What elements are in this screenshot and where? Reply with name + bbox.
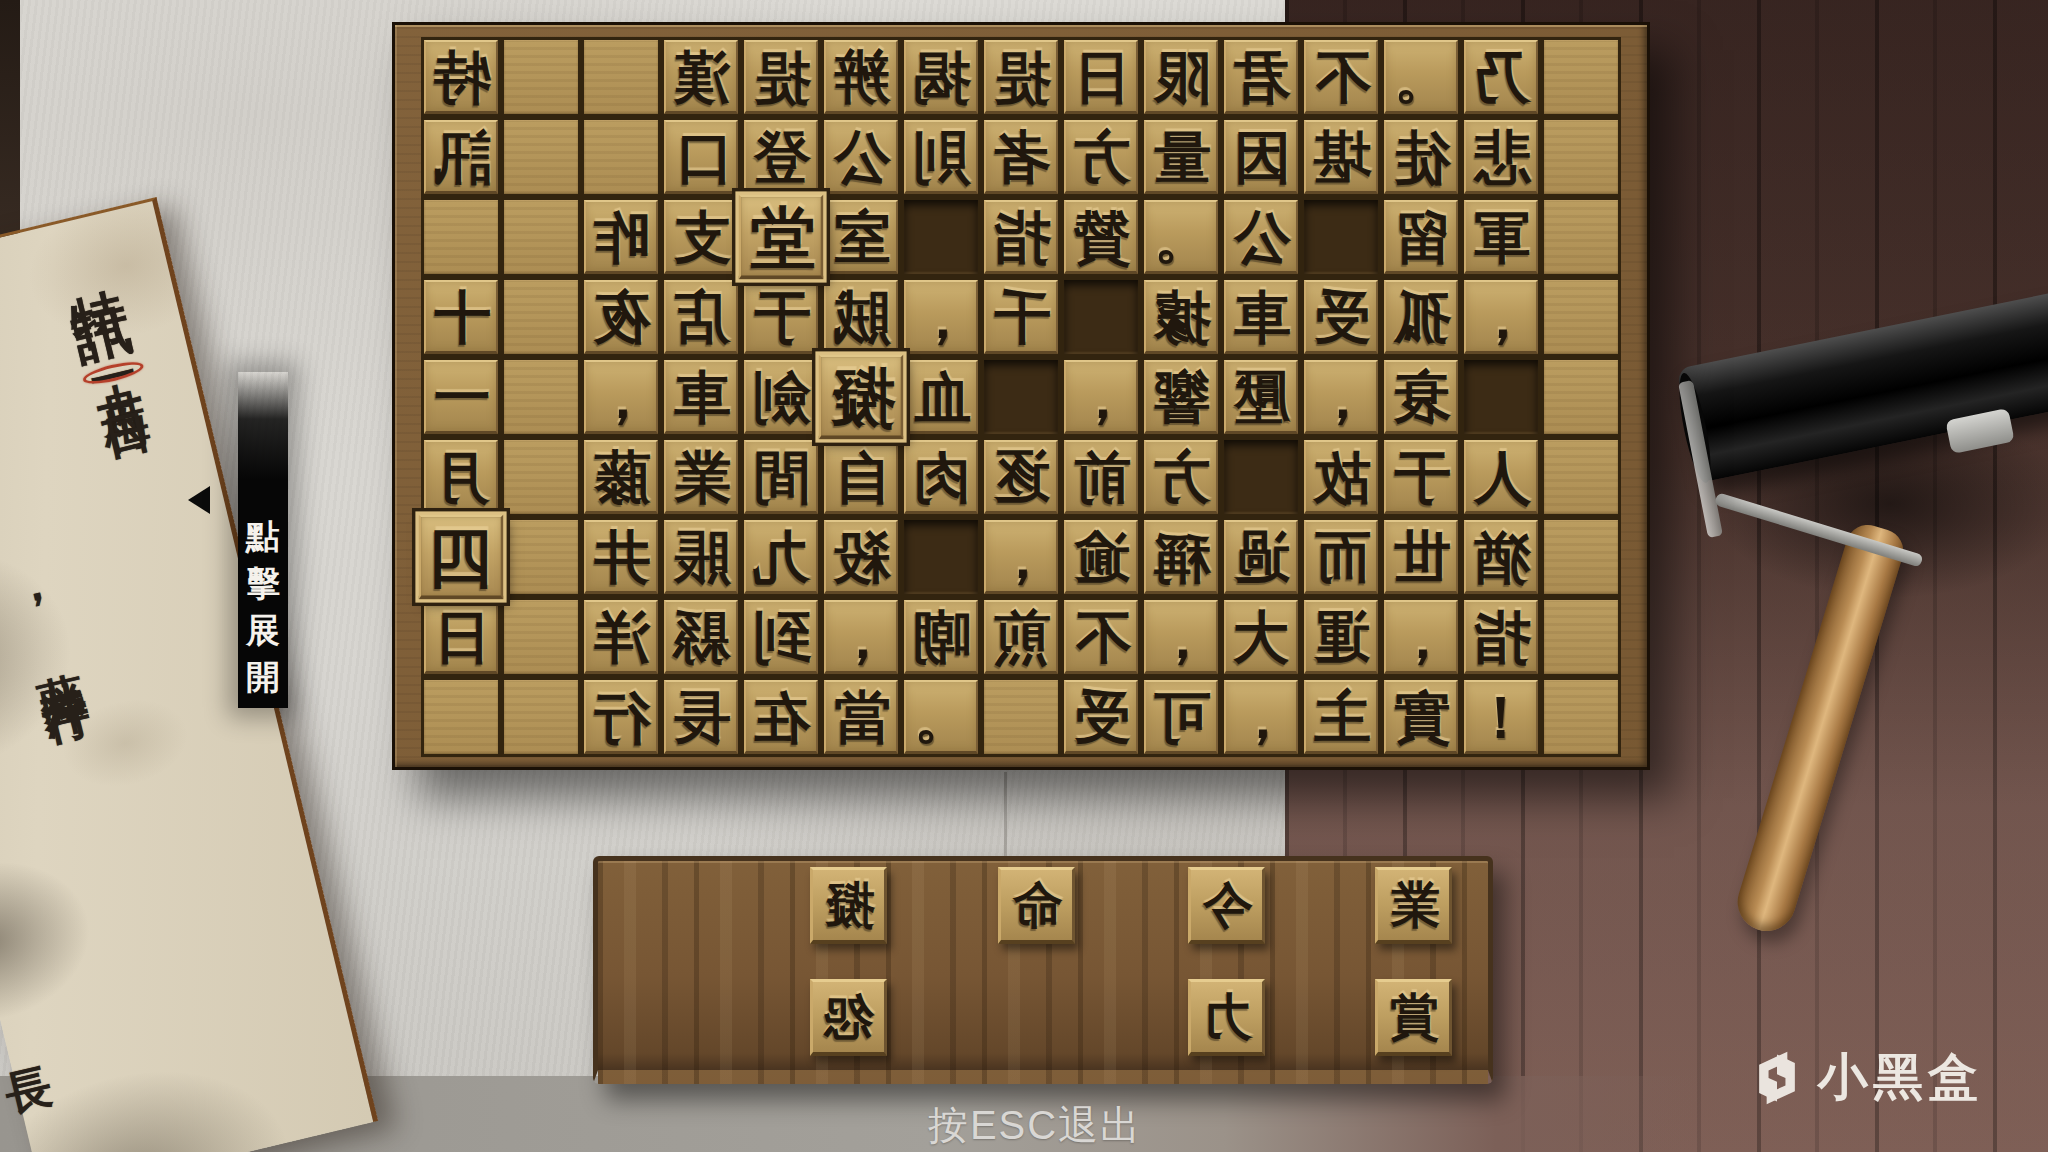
- type-tile[interactable]: 九: [741, 517, 821, 597]
- type-tile[interactable]: 業: [661, 437, 741, 517]
- type-tile[interactable]: 。: [901, 677, 981, 757]
- type-grid: 特漢提辨揭提日限君不。乃訊口登公則者方量因堪徒悲昨支堂室指贊。公留軍十夜店于賊，…: [421, 37, 1621, 757]
- type-tile[interactable]: 車: [1221, 277, 1301, 357]
- type-tile[interactable]: 登: [741, 117, 821, 197]
- type-tile[interactable]: 洋: [581, 597, 661, 677]
- spare-type-tile[interactable]: 命: [998, 867, 1075, 944]
- type-tile[interactable]: 悲: [1461, 117, 1541, 197]
- expand-label[interactable]: 點擊展開: [238, 372, 288, 708]
- type-tile[interactable]: 車: [661, 357, 741, 437]
- type-tile[interactable]: 公: [821, 117, 901, 197]
- type-tile[interactable]: 故: [1301, 437, 1381, 517]
- type-tile[interactable]: 自: [821, 437, 901, 517]
- paper-date: 十一月梅日: [81, 341, 143, 393]
- heybox-logo-text: 小黑盒: [1818, 1044, 1983, 1111]
- type-tile[interactable]: 擬: [821, 357, 901, 437]
- blank-cell: [501, 597, 581, 677]
- type-tile[interactable]: 提: [981, 37, 1061, 117]
- type-tile[interactable]: 煎: [981, 597, 1061, 677]
- expand-label-char: 展: [246, 613, 280, 647]
- type-tile[interactable]: 行: [581, 677, 661, 757]
- missing-type-slot[interactable]: [901, 517, 981, 597]
- type-tile[interactable]: 肉: [901, 437, 981, 517]
- type-tile[interactable]: ，: [821, 597, 901, 677]
- expand-label-char: 擊: [246, 566, 280, 600]
- type-tile[interactable]: 室: [821, 197, 901, 277]
- blank-cell: [421, 677, 501, 757]
- paper-bottom-char: 長: [0, 1027, 46, 1041]
- type-tile[interactable]: 逾: [1061, 517, 1141, 597]
- type-tile[interactable]: 口: [661, 117, 741, 197]
- type-tile[interactable]: 一: [421, 357, 501, 437]
- type-tile[interactable]: 千: [981, 277, 1061, 357]
- type-tile[interactable]: 堂: [741, 197, 821, 277]
- type-tile[interactable]: 方: [1061, 117, 1141, 197]
- esc-exit-hint: 按ESC退出: [890, 1098, 1180, 1152]
- type-tile[interactable]: 。: [1141, 197, 1221, 277]
- missing-type-slot[interactable]: [1301, 197, 1381, 277]
- type-tile[interactable]: 可: [1141, 677, 1221, 757]
- type-tile[interactable]: 前: [1061, 437, 1141, 517]
- type-tile[interactable]: 君: [1221, 37, 1301, 117]
- type-tile[interactable]: ，: [981, 517, 1061, 597]
- type-tile[interactable]: 十: [421, 277, 501, 357]
- type-tile[interactable]: 賊: [821, 277, 901, 357]
- type-tile[interactable]: 在: [741, 677, 821, 757]
- type-tile[interactable]: 逐: [981, 437, 1061, 517]
- blank-cell: [581, 37, 661, 117]
- type-tile[interactable]: 壓: [1221, 357, 1301, 437]
- type-tile[interactable]: 不: [1301, 37, 1381, 117]
- type-tile[interactable]: 長: [661, 677, 741, 757]
- type-tile[interactable]: 血: [901, 357, 981, 437]
- printing-plate: 特漢提辨揭提日限君不。乃訊口登公則者方量因堪徒悲昨支堂室指贊。公留軍十夜店于賊，…: [392, 22, 1650, 770]
- type-tile[interactable]: 孤: [1381, 277, 1461, 357]
- type-tile[interactable]: 乃: [1461, 37, 1541, 117]
- blank-cell: [1541, 517, 1621, 597]
- paper-body-fragment: ，藤井洋行: [6, 580, 86, 678]
- type-tile[interactable]: 人: [1461, 437, 1541, 517]
- heybox-watermark: 小黑盒: [1744, 1044, 1983, 1111]
- blank-cell: [501, 357, 581, 437]
- type-tile[interactable]: 據: [1141, 277, 1221, 357]
- missing-type-slot[interactable]: [1221, 437, 1301, 517]
- blank-cell: [981, 677, 1061, 757]
- type-tile[interactable]: 支: [661, 197, 741, 277]
- type-tile[interactable]: 井: [581, 517, 661, 597]
- blank-cell: [1541, 117, 1621, 197]
- expand-label-char: 開: [246, 660, 280, 694]
- type-tile[interactable]: 軍: [1461, 197, 1541, 277]
- type-tile[interactable]: 藤: [581, 437, 661, 517]
- missing-type-slot[interactable]: [981, 357, 1061, 437]
- type-tile[interactable]: 因: [1221, 117, 1301, 197]
- spare-type-tile[interactable]: 賞: [1375, 979, 1452, 1056]
- type-tile[interactable]: 間: [741, 437, 821, 517]
- type-tile[interactable]: ，: [581, 357, 661, 437]
- blank-cell: [501, 37, 581, 117]
- paper-headline-column: 特訊 十一月梅日: [46, 240, 153, 395]
- type-tile[interactable]: 受: [1301, 277, 1381, 357]
- type-tile[interactable]: 于: [741, 277, 821, 357]
- blank-cell: [501, 277, 581, 357]
- type-tile[interactable]: 方: [1141, 437, 1221, 517]
- type-tile[interactable]: 訊: [421, 117, 501, 197]
- type-tile[interactable]: 殺: [821, 517, 901, 597]
- type-tile[interactable]: ，: [1461, 277, 1541, 357]
- type-tile[interactable]: 。: [1381, 37, 1461, 117]
- spare-type-tile[interactable]: 今: [1188, 867, 1265, 944]
- type-tile[interactable]: 大: [1221, 597, 1301, 677]
- type-tile[interactable]: 指: [1461, 597, 1541, 677]
- spare-type-tray: 擬命今業怨力賞: [593, 856, 1493, 1084]
- spare-type-tile[interactable]: 擬: [810, 867, 887, 944]
- type-tile[interactable]: 縣: [661, 597, 741, 677]
- type-tile[interactable]: 特: [421, 37, 501, 117]
- type-tile[interactable]: 到: [741, 597, 821, 677]
- type-tile[interactable]: 量: [1141, 117, 1221, 197]
- type-tile[interactable]: ，: [1301, 357, 1381, 437]
- blank-cell: [501, 677, 581, 757]
- type-tile[interactable]: 徒: [1381, 117, 1461, 197]
- heybox-logo-icon: [1744, 1047, 1810, 1109]
- type-tile[interactable]: 主: [1301, 677, 1381, 757]
- type-tile[interactable]: 而: [1301, 517, 1381, 597]
- type-tile[interactable]: 世: [1381, 517, 1461, 597]
- type-tile[interactable]: 公: [1221, 197, 1301, 277]
- blank-cell: [501, 437, 581, 517]
- type-tile[interactable]: 嘲: [901, 597, 981, 677]
- spare-type-tile[interactable]: 力: [1188, 979, 1265, 1056]
- type-tile[interactable]: 夜: [581, 277, 661, 357]
- type-tile[interactable]: 賬: [661, 517, 741, 597]
- expand-arrow-icon: [188, 486, 210, 514]
- type-tile[interactable]: ，: [901, 277, 981, 357]
- type-tile[interactable]: 指: [981, 197, 1061, 277]
- type-tile[interactable]: ！: [1461, 677, 1541, 757]
- blank-cell: [1541, 197, 1621, 277]
- type-tile[interactable]: 月: [421, 437, 501, 517]
- type-tile[interactable]: 則: [901, 117, 981, 197]
- blank-cell: [1541, 277, 1621, 357]
- type-tile[interactable]: 昨: [581, 197, 661, 277]
- type-tile[interactable]: 響: [1141, 357, 1221, 437]
- type-tile[interactable]: 不: [1061, 597, 1141, 677]
- type-tile[interactable]: 揭: [901, 37, 981, 117]
- type-tile[interactable]: 者: [981, 117, 1061, 197]
- type-tile[interactable]: 稱: [1141, 517, 1221, 597]
- type-tile[interactable]: 日: [1061, 37, 1141, 117]
- type-tile[interactable]: 于: [1381, 437, 1461, 517]
- type-tile[interactable]: 辨: [821, 37, 901, 117]
- type-tile[interactable]: 店: [661, 277, 741, 357]
- type-tile[interactable]: 受: [1061, 677, 1141, 757]
- type-tile[interactable]: 運: [1301, 597, 1381, 677]
- missing-type-slot[interactable]: [901, 197, 981, 277]
- blank-cell: [1541, 437, 1621, 517]
- type-tile[interactable]: 限: [1141, 37, 1221, 117]
- type-tile[interactable]: ，: [1061, 357, 1141, 437]
- spare-type-tile[interactable]: 怨: [810, 979, 887, 1056]
- type-tile[interactable]: 漢: [661, 37, 741, 117]
- blank-cell: [1541, 677, 1621, 757]
- type-tile[interactable]: 日: [421, 597, 501, 677]
- blank-cell: [501, 197, 581, 277]
- blank-cell: [501, 517, 581, 597]
- missing-type-slot[interactable]: [1061, 277, 1141, 357]
- type-tile[interactable]: 堪: [1301, 117, 1381, 197]
- type-tile[interactable]: ，: [1381, 597, 1461, 677]
- type-tile[interactable]: 劍: [741, 357, 821, 437]
- type-tile[interactable]: 衰: [1381, 357, 1461, 437]
- blank-cell: [501, 117, 581, 197]
- type-tile[interactable]: ，: [1141, 597, 1221, 677]
- type-tile[interactable]: 留: [1381, 197, 1461, 277]
- paper-headline: 特訊: [51, 241, 121, 280]
- missing-type-slot[interactable]: [1461, 357, 1541, 437]
- type-tile[interactable]: 猶: [1461, 517, 1541, 597]
- blank-cell: [1541, 357, 1621, 437]
- expand-label-char: 點: [246, 519, 280, 553]
- type-tile[interactable]: 提: [741, 37, 821, 117]
- blank-cell: [1541, 37, 1621, 117]
- blank-cell: [1541, 597, 1621, 677]
- type-tile[interactable]: 過: [1221, 517, 1301, 597]
- type-tile[interactable]: 四: [421, 517, 501, 597]
- blank-cell: [421, 197, 501, 277]
- spare-type-tile[interactable]: 業: [1375, 867, 1452, 944]
- blank-cell: [581, 117, 661, 197]
- type-tile[interactable]: ，: [1221, 677, 1301, 757]
- type-tile[interactable]: 實: [1381, 677, 1461, 757]
- type-tile[interactable]: 贊: [1061, 197, 1141, 277]
- type-tile[interactable]: 當: [821, 677, 901, 757]
